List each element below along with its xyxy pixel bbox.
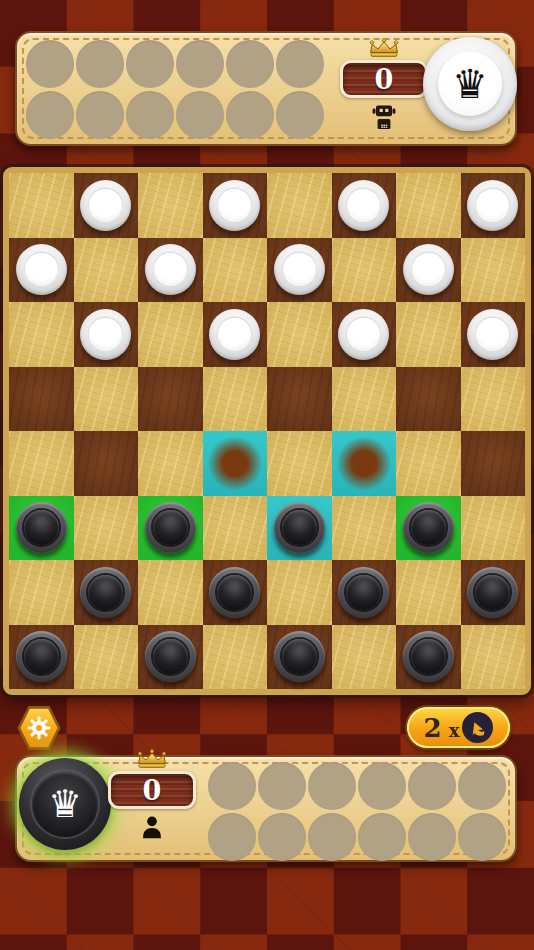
player-score-group: 0	[97, 749, 207, 840]
square-b3	[74, 496, 139, 561]
square-g7[interactable]	[396, 238, 461, 303]
square-g6	[396, 302, 461, 367]
square-h1	[461, 625, 526, 690]
black-piece[interactable]	[403, 502, 454, 553]
square-e1[interactable]	[267, 625, 332, 690]
square-e6	[267, 302, 332, 367]
gear-icon	[26, 715, 52, 741]
capture-slot	[176, 40, 224, 88]
black-piece[interactable]	[80, 567, 131, 618]
square-h5	[461, 367, 526, 432]
square-b8[interactable]	[74, 173, 139, 238]
square-d5	[203, 367, 268, 432]
square-h2[interactable]	[461, 560, 526, 625]
square-d4[interactable]	[203, 431, 268, 496]
square-c4	[138, 431, 203, 496]
black-piece[interactable]	[274, 502, 325, 553]
square-a2	[9, 560, 74, 625]
capture-slot	[208, 762, 256, 810]
square-b6[interactable]	[74, 302, 139, 367]
capture-slot	[358, 762, 406, 810]
square-e4	[267, 431, 332, 496]
undo-multiplier: x	[449, 722, 460, 740]
white-piece	[467, 309, 518, 360]
capture-slot	[176, 91, 224, 139]
undo-icon	[462, 712, 493, 743]
capture-slot	[276, 40, 324, 88]
capture-slot	[408, 762, 456, 810]
black-crown-glyph: ♛	[48, 785, 82, 823]
white-piece	[403, 244, 454, 295]
square-e5[interactable]	[267, 367, 332, 432]
black-piece[interactable]	[467, 567, 518, 618]
undo-button[interactable]: 2 x	[407, 707, 510, 748]
capture-slot	[26, 40, 74, 88]
opponent-panel: 0 ♛	[15, 31, 517, 146]
opponent-score: 0	[375, 66, 394, 93]
capture-slot	[226, 40, 274, 88]
white-piece	[145, 244, 196, 295]
square-a4	[9, 431, 74, 496]
black-piece[interactable]	[338, 567, 389, 618]
settings-button[interactable]	[17, 705, 61, 751]
square-f6[interactable]	[332, 302, 397, 367]
white-piece	[338, 309, 389, 360]
capture-slot	[358, 813, 406, 861]
square-f3	[332, 496, 397, 561]
square-a3[interactable]	[9, 496, 74, 561]
square-c3[interactable]	[138, 496, 203, 561]
square-b5	[74, 367, 139, 432]
square-a1[interactable]	[9, 625, 74, 690]
square-g8	[396, 173, 461, 238]
black-piece[interactable]	[209, 567, 260, 618]
square-e2	[267, 560, 332, 625]
square-c7[interactable]	[138, 238, 203, 303]
square-g2	[396, 560, 461, 625]
capture-slot	[26, 91, 74, 139]
opponent-avatar-white-piece: ♛	[423, 37, 517, 131]
checkers-board	[9, 173, 525, 689]
player-capture-tray	[208, 762, 506, 861]
white-piece	[274, 244, 325, 295]
black-piece[interactable]	[16, 502, 67, 553]
capture-slot	[258, 762, 306, 810]
white-piece	[80, 180, 131, 231]
checkers-app: 0 ♛	[0, 0, 534, 950]
capture-slot	[76, 40, 124, 88]
square-b7	[74, 238, 139, 303]
square-g5[interactable]	[396, 367, 461, 432]
square-a7[interactable]	[9, 238, 74, 303]
white-piece	[16, 244, 67, 295]
square-d6[interactable]	[203, 302, 268, 367]
robot-icon	[368, 103, 400, 133]
square-h4[interactable]	[461, 431, 526, 496]
square-d8[interactable]	[203, 173, 268, 238]
square-g3[interactable]	[396, 496, 461, 561]
square-d1	[203, 625, 268, 690]
square-c8	[138, 173, 203, 238]
square-h7	[461, 238, 526, 303]
capture-slot	[308, 813, 356, 861]
square-d7	[203, 238, 268, 303]
square-c1[interactable]	[138, 625, 203, 690]
player-score-box: 0	[108, 771, 196, 809]
square-c2	[138, 560, 203, 625]
square-e3[interactable]	[267, 496, 332, 561]
square-b2[interactable]	[74, 560, 139, 625]
square-b4[interactable]	[74, 431, 139, 496]
capture-slot	[308, 762, 356, 810]
square-h8[interactable]	[461, 173, 526, 238]
white-piece	[80, 309, 131, 360]
square-d2[interactable]	[203, 560, 268, 625]
capture-slot	[276, 91, 324, 139]
capture-slot	[458, 762, 506, 810]
square-c5[interactable]	[138, 367, 203, 432]
square-a8	[9, 173, 74, 238]
board-frame	[3, 167, 531, 695]
square-f4[interactable]	[332, 431, 397, 496]
opponent-score-box: 0	[340, 60, 428, 98]
black-piece[interactable]	[145, 631, 196, 682]
capture-slot	[208, 813, 256, 861]
capture-slot	[408, 813, 456, 861]
square-f7	[332, 238, 397, 303]
capture-slot	[126, 40, 174, 88]
square-f8[interactable]	[332, 173, 397, 238]
square-a6	[9, 302, 74, 367]
black-piece[interactable]	[145, 502, 196, 553]
crown-icon	[134, 749, 170, 769]
white-piece	[209, 180, 260, 231]
black-piece[interactable]	[16, 631, 67, 682]
white-piece	[209, 309, 260, 360]
square-f5	[332, 367, 397, 432]
square-f2[interactable]	[332, 560, 397, 625]
capture-slot	[76, 91, 124, 139]
white-crown-glyph: ♛	[452, 64, 488, 104]
capture-slot	[226, 91, 274, 139]
square-e7[interactable]	[267, 238, 332, 303]
square-b1	[74, 625, 139, 690]
square-h6[interactable]	[461, 302, 526, 367]
square-a5[interactable]	[9, 367, 74, 432]
undo-count: 2	[424, 715, 442, 741]
white-piece	[467, 180, 518, 231]
black-piece[interactable]	[403, 631, 454, 682]
square-g1[interactable]	[396, 625, 461, 690]
crown-icon	[366, 38, 402, 58]
white-piece	[338, 180, 389, 231]
square-f1	[332, 625, 397, 690]
opponent-capture-tray	[26, 40, 324, 139]
capture-slot	[258, 813, 306, 861]
player-panel: ♛ 0	[15, 755, 517, 862]
black-piece[interactable]	[274, 631, 325, 682]
square-e8	[267, 173, 332, 238]
capture-slot	[458, 813, 506, 861]
square-h3	[461, 496, 526, 561]
square-c6	[138, 302, 203, 367]
square-g4	[396, 431, 461, 496]
square-d3	[203, 496, 268, 561]
capture-slot	[126, 91, 174, 139]
person-icon	[139, 814, 165, 840]
player-score: 0	[143, 777, 162, 804]
